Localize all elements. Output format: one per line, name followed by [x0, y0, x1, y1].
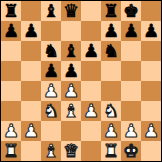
square-a5[interactable] — [1, 61, 21, 81]
square-f2[interactable]: ♟ — [101, 121, 121, 141]
square-g6[interactable] — [121, 41, 141, 61]
square-d6[interactable]: ♝ — [61, 41, 81, 61]
square-g8[interactable]: ♚ — [121, 1, 141, 21]
piece-white-pawn: ♟ — [103, 121, 119, 141]
square-d8[interactable]: ♛ — [61, 1, 81, 21]
square-e4[interactable] — [81, 81, 101, 101]
piece-white-queen: ♛ — [63, 141, 79, 161]
piece-black-rook: ♜ — [103, 1, 119, 21]
chess-board: ♜♝♛♜♚♟♟♟♟♟♞♝♟♞♟♟♟♟♞♝♟♞♟♟♟♟♟♜♝♛♜♚ — [1, 1, 161, 161]
square-d2[interactable] — [61, 121, 81, 141]
piece-white-pawn: ♟ — [23, 121, 39, 141]
piece-white-pawn: ♟ — [143, 121, 159, 141]
piece-white-pawn: ♟ — [63, 81, 79, 101]
piece-black-pawn: ♟ — [103, 21, 119, 41]
square-f7[interactable]: ♟ — [101, 21, 121, 41]
square-b4[interactable] — [21, 81, 41, 101]
square-c1[interactable]: ♝ — [41, 141, 61, 161]
square-g7[interactable]: ♟ — [121, 21, 141, 41]
piece-black-pawn: ♟ — [3, 21, 19, 41]
square-f3[interactable]: ♞ — [101, 101, 121, 121]
square-g4[interactable] — [121, 81, 141, 101]
square-d4[interactable]: ♟ — [61, 81, 81, 101]
square-c6[interactable]: ♞ — [41, 41, 61, 61]
piece-white-rook: ♜ — [103, 141, 119, 161]
square-a6[interactable] — [1, 41, 21, 61]
square-g5[interactable] — [121, 61, 141, 81]
square-a3[interactable] — [1, 101, 21, 121]
square-c7[interactable] — [41, 21, 61, 41]
square-e7[interactable] — [81, 21, 101, 41]
square-e3[interactable]: ♟ — [81, 101, 101, 121]
piece-black-knight: ♞ — [43, 41, 59, 61]
piece-black-bishop: ♝ — [43, 1, 59, 21]
piece-black-knight: ♞ — [103, 41, 119, 61]
piece-black-king: ♚ — [123, 1, 139, 21]
square-f1[interactable]: ♜ — [101, 141, 121, 161]
piece-black-rook: ♜ — [3, 1, 19, 21]
piece-white-pawn: ♟ — [43, 81, 59, 101]
square-c4[interactable]: ♟ — [41, 81, 61, 101]
square-a8[interactable]: ♜ — [1, 1, 21, 21]
square-h3[interactable] — [141, 101, 161, 121]
square-d5[interactable]: ♟ — [61, 61, 81, 81]
square-c2[interactable] — [41, 121, 61, 141]
square-h8[interactable] — [141, 1, 161, 21]
square-g1[interactable]: ♚ — [121, 141, 141, 161]
piece-black-pawn: ♟ — [43, 61, 59, 81]
square-a7[interactable]: ♟ — [1, 21, 21, 41]
piece-black-queen: ♛ — [63, 1, 79, 21]
square-c3[interactable]: ♞ — [41, 101, 61, 121]
piece-white-bishop: ♝ — [43, 141, 59, 161]
piece-white-rook: ♜ — [3, 141, 19, 161]
square-d7[interactable] — [61, 21, 81, 41]
square-g3[interactable] — [121, 101, 141, 121]
chess-board-frame: ♜♝♛♜♚♟♟♟♟♟♞♝♟♞♟♟♟♟♞♝♟♞♟♟♟♟♟♜♝♛♜♚ — [0, 0, 162, 162]
square-a2[interactable]: ♟ — [1, 121, 21, 141]
square-b3[interactable] — [21, 101, 41, 121]
piece-white-pawn: ♟ — [123, 121, 139, 141]
square-b2[interactable]: ♟ — [21, 121, 41, 141]
square-a1[interactable]: ♜ — [1, 141, 21, 161]
square-f5[interactable] — [101, 61, 121, 81]
square-b1[interactable] — [21, 141, 41, 161]
square-e2[interactable] — [81, 121, 101, 141]
piece-white-king: ♚ — [123, 141, 139, 161]
square-f4[interactable] — [101, 81, 121, 101]
piece-white-pawn: ♟ — [3, 121, 19, 141]
square-f8[interactable]: ♜ — [101, 1, 121, 21]
square-a4[interactable] — [1, 81, 21, 101]
square-c5[interactable]: ♟ — [41, 61, 61, 81]
square-h7[interactable]: ♟ — [141, 21, 161, 41]
piece-white-bishop: ♝ — [63, 101, 79, 121]
square-g2[interactable]: ♟ — [121, 121, 141, 141]
square-e6[interactable]: ♟ — [81, 41, 101, 61]
square-d3[interactable]: ♝ — [61, 101, 81, 121]
piece-black-pawn: ♟ — [63, 61, 79, 81]
square-h4[interactable] — [141, 81, 161, 101]
square-e5[interactable] — [81, 61, 101, 81]
piece-white-knight: ♞ — [43, 101, 59, 121]
square-b5[interactable] — [21, 61, 41, 81]
piece-white-knight: ♞ — [103, 101, 119, 121]
piece-black-bishop: ♝ — [63, 41, 79, 61]
piece-black-pawn: ♟ — [123, 21, 139, 41]
piece-black-pawn: ♟ — [83, 41, 99, 61]
square-b7[interactable]: ♟ — [21, 21, 41, 41]
square-h6[interactable] — [141, 41, 161, 61]
square-d1[interactable]: ♛ — [61, 141, 81, 161]
square-c8[interactable]: ♝ — [41, 1, 61, 21]
square-e1[interactable] — [81, 141, 101, 161]
square-h1[interactable] — [141, 141, 161, 161]
square-h2[interactable]: ♟ — [141, 121, 161, 141]
square-b8[interactable] — [21, 1, 41, 21]
piece-white-pawn: ♟ — [83, 101, 99, 121]
square-h5[interactable] — [141, 61, 161, 81]
square-e8[interactable] — [81, 1, 101, 21]
piece-black-pawn: ♟ — [23, 21, 39, 41]
piece-black-pawn: ♟ — [143, 21, 159, 41]
square-b6[interactable] — [21, 41, 41, 61]
square-f6[interactable]: ♞ — [101, 41, 121, 61]
